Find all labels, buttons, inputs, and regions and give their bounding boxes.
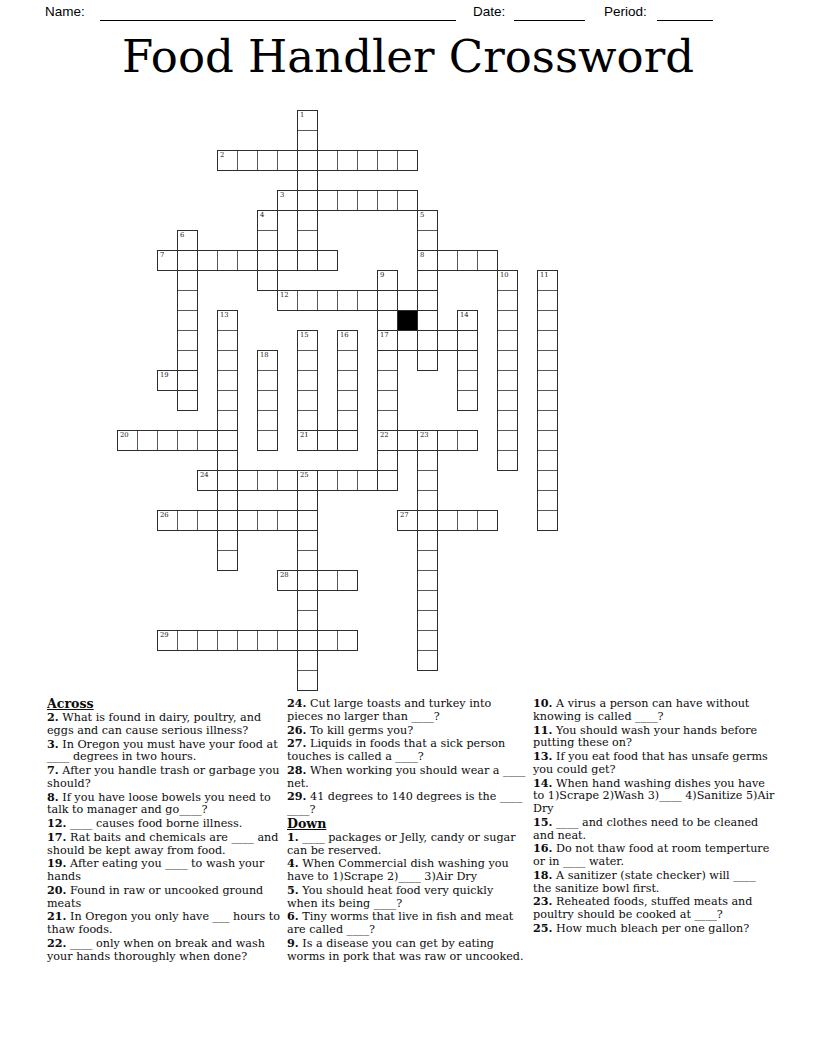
clue-number-16: 16. <box>533 841 552 855</box>
cell-c8-r23[interactable] <box>277 570 298 591</box>
cell-c19-r16[interactable] <box>497 430 518 451</box>
clue-1: 1. ____ packages or Jelly, candy or suga… <box>287 831 527 858</box>
cell-c6-r2[interactable] <box>237 150 258 171</box>
cell-c15-r11[interactable] <box>417 330 438 351</box>
cell-c3-r11[interactable] <box>177 330 198 351</box>
cell-c21-r19[interactable] <box>537 490 558 511</box>
clue-column-right: 10. A virus a person can have without kn… <box>533 697 776 936</box>
clue-number-8: 8. <box>47 790 59 804</box>
cell-c21-r11[interactable] <box>537 330 558 351</box>
cell-c9-r24[interactable] <box>297 590 318 611</box>
cell-c13-r11[interactable] <box>377 330 398 351</box>
name-blank-line[interactable] <box>100 12 456 21</box>
cell-c12-r4[interactable] <box>357 190 378 211</box>
cell-c17-r12[interactable] <box>457 350 478 371</box>
cell-c18-r20[interactable] <box>477 510 498 531</box>
cell-c5-r19[interactable] <box>217 490 238 511</box>
cell-c7-r6[interactable] <box>257 230 278 251</box>
cell-c18-r7[interactable] <box>477 250 498 271</box>
cell-c14-r4[interactable] <box>397 190 418 211</box>
cell-c3-r20[interactable] <box>177 510 198 531</box>
cell-c10-r2[interactable] <box>317 150 338 171</box>
cell-c13-r18[interactable] <box>377 470 398 491</box>
cell-c9-r16[interactable] <box>297 430 318 451</box>
cell-c5-r22[interactable] <box>217 550 238 571</box>
cell-c15-r8[interactable] <box>417 270 438 291</box>
clue-25: 25. How much bleach per one gallon? <box>533 922 776 936</box>
clue-number-15: 15. <box>533 815 552 829</box>
clue-number-5: 5. <box>287 883 299 897</box>
cell-c7-r2[interactable] <box>257 150 278 171</box>
clue-3: 3. In Oregon you must have your food at … <box>47 738 285 765</box>
cell-c19-r10[interactable] <box>497 310 518 331</box>
cell-c11-r15[interactable] <box>337 410 358 431</box>
cell-c17-r11[interactable] <box>457 330 478 351</box>
clue-27: 27. Liquids in foods that a sick person … <box>287 737 527 764</box>
cell-c17-r13[interactable] <box>457 370 478 391</box>
clue-number-10: 10. <box>533 696 552 710</box>
cell-c15-r23[interactable] <box>417 570 438 591</box>
cell-c4-r7[interactable] <box>197 250 218 271</box>
cell-c4-r26[interactable] <box>197 630 218 651</box>
cell-c9-r19[interactable] <box>297 490 318 511</box>
cell-c7-r16[interactable] <box>257 430 278 451</box>
cell-c9-r6[interactable] <box>297 230 318 251</box>
cell-c9-r15[interactable] <box>297 410 318 431</box>
cell-c3-r12[interactable] <box>177 350 198 371</box>
name-label: Name: <box>45 4 85 19</box>
cell-c8-r26[interactable] <box>277 630 298 651</box>
cell-c21-r14[interactable] <box>537 390 558 411</box>
cell-c13-r10[interactable] <box>377 310 398 331</box>
cell-c17-r14[interactable] <box>457 390 478 411</box>
cell-c7-r13[interactable] <box>257 370 278 391</box>
clue-number-6: 6. <box>287 909 299 923</box>
cell-c7-r15[interactable] <box>257 410 278 431</box>
clue-23: 23. Reheated foods, stuffed meats and po… <box>533 895 776 922</box>
cell-c19-r14[interactable] <box>497 390 518 411</box>
cell-c10-r23[interactable] <box>317 570 338 591</box>
cell-c21-r9[interactable] <box>537 290 558 311</box>
clue-5: 5. You should heat food very quickly whe… <box>287 884 527 911</box>
cell-c7-r20[interactable] <box>257 510 278 531</box>
clue-20: 20. Found in raw or uncooked ground meat… <box>47 884 285 911</box>
cell-c13-r13[interactable] <box>377 370 398 391</box>
cell-c9-r21[interactable] <box>297 530 318 551</box>
cell-c7-r8[interactable] <box>257 270 278 291</box>
worksheet-page: { "game": "crossword", "header": { "name… <box>0 0 816 1056</box>
cell-c8-r7[interactable] <box>277 250 298 271</box>
cell-c9-r11[interactable] <box>297 330 318 351</box>
cell-c15-r19[interactable] <box>417 490 438 511</box>
cell-c3-r16[interactable] <box>177 430 198 451</box>
cell-c6-r20[interactable] <box>237 510 258 531</box>
cell-c11-r16[interactable] <box>337 430 358 451</box>
cell-c14-r9[interactable] <box>397 290 418 311</box>
clue-13: 13. If you eat food that has unsafe germ… <box>533 750 776 777</box>
cell-c7-r7[interactable] <box>257 250 278 271</box>
cell-c6-r7[interactable] <box>237 250 258 271</box>
cell-c17-r7[interactable] <box>457 250 478 271</box>
cell-c15-r6[interactable] <box>417 230 438 251</box>
cell-c13-r8[interactable] <box>377 270 398 291</box>
cell-c17-r16[interactable] <box>457 430 478 451</box>
black-cell <box>397 310 418 331</box>
cell-c9-r20[interactable] <box>297 510 318 531</box>
clue-22: 22. ____ only when on break and wash you… <box>47 937 285 964</box>
cell-c15-r16[interactable] <box>417 430 438 451</box>
cell-c13-r16[interactable] <box>377 430 398 451</box>
cell-c15-r18[interactable] <box>417 470 438 491</box>
clue-number-18: 18. <box>533 868 552 882</box>
cell-c19-r13[interactable] <box>497 370 518 391</box>
cell-c5-r7[interactable] <box>217 250 238 271</box>
cell-c10-r26[interactable] <box>317 630 338 651</box>
cell-c19-r17[interactable] <box>497 450 518 471</box>
date-blank-line[interactable] <box>514 12 585 21</box>
cell-c8-r2[interactable] <box>277 150 298 171</box>
cell-c21-r13[interactable] <box>537 370 558 391</box>
clue-number-23: 23. <box>533 894 552 908</box>
cell-c15-r20[interactable] <box>417 510 438 531</box>
cell-c13-r9[interactable] <box>377 290 398 311</box>
cell-c15-r24[interactable] <box>417 590 438 611</box>
cell-c3-r10[interactable] <box>177 310 198 331</box>
cell-c4-r20[interactable] <box>197 510 218 531</box>
cell-c5-r12[interactable] <box>217 350 238 371</box>
cell-c7-r26[interactable] <box>257 630 278 651</box>
cell-c21-r16[interactable] <box>537 430 558 451</box>
down-header: Down <box>287 817 527 831</box>
cell-c8-r20[interactable] <box>277 510 298 531</box>
cell-c11-r13[interactable] <box>337 370 358 391</box>
clue-number-7: 7. <box>47 763 59 777</box>
cell-c11-r12[interactable] <box>337 350 358 371</box>
clue-number-29: 29. <box>287 789 306 803</box>
cell-c21-r20[interactable] <box>537 510 558 531</box>
cell-c17-r10[interactable] <box>457 310 478 331</box>
clue-number-28: 28. <box>287 763 306 777</box>
cell-c9-r22[interactable] <box>297 550 318 571</box>
clue-number-12: 12. <box>47 816 66 830</box>
cell-c5-r2[interactable] <box>217 150 238 171</box>
clue-28: 28. When working you should wear a ____ … <box>287 764 527 791</box>
cell-c21-r10[interactable] <box>537 310 558 331</box>
cell-c3-r7[interactable] <box>177 250 198 271</box>
cell-c11-r26[interactable] <box>337 630 358 651</box>
clue-number-3: 3. <box>47 737 59 751</box>
clue-21: 21. In Oregon you only have ___ hours to… <box>47 910 285 937</box>
clue-number-25: 25. <box>533 921 552 935</box>
clue-11: 11. You should wash your hands before pu… <box>533 724 776 751</box>
cell-c9-r0[interactable] <box>297 110 318 131</box>
clue-number-19: 19. <box>47 856 66 870</box>
cell-c14-r11[interactable] <box>397 330 418 351</box>
clue-number-4: 4. <box>287 856 299 870</box>
cell-c5-r10[interactable] <box>217 310 238 331</box>
cell-c9-r7[interactable] <box>297 250 318 271</box>
cell-c3-r13[interactable] <box>177 370 198 391</box>
cell-c16-r11[interactable] <box>437 330 458 351</box>
cell-c5-r16[interactable] <box>217 430 238 451</box>
cell-c10-r18[interactable] <box>317 470 338 491</box>
cell-c19-r9[interactable] <box>497 290 518 311</box>
clue-16: 16. Do not thaw food at room temperture … <box>533 842 776 869</box>
clue-number-22: 22. <box>47 936 66 950</box>
clue-18: 18. A sanitizer (state checker) will ___… <box>533 869 776 896</box>
cell-c4-r18[interactable] <box>197 470 218 491</box>
cell-c15-r12[interactable] <box>417 350 438 371</box>
date-label: Date: <box>473 4 505 19</box>
clue-15: 15. ____ and clothes need to be cleaned … <box>533 816 776 843</box>
cell-c8-r18[interactable] <box>277 470 298 491</box>
cell-c11-r9[interactable] <box>337 290 358 311</box>
clue-10: 10. A virus a person can have without kn… <box>533 697 776 724</box>
clue-number-2: 2. <box>47 710 59 724</box>
cell-c14-r2[interactable] <box>397 150 418 171</box>
clue-column-middle: 24. Cut large toasts and turkey into pie… <box>287 697 527 963</box>
cell-c6-r18[interactable] <box>237 470 258 491</box>
cell-c5-r26[interactable] <box>217 630 238 651</box>
cell-c8-r4[interactable] <box>277 190 298 211</box>
crossword-grid: 2378121719202122242627282914569101113141… <box>117 110 559 692</box>
cell-c9-r23[interactable] <box>297 570 318 591</box>
clue-29: 29. 41 degrees to 140 degrees is the ___… <box>287 790 527 817</box>
clue-number-11: 11. <box>533 723 552 737</box>
cell-c9-r9[interactable] <box>297 290 318 311</box>
cell-c0-r16[interactable] <box>117 430 138 451</box>
cell-c2-r26[interactable] <box>157 630 178 651</box>
cell-c21-r17[interactable] <box>537 450 558 471</box>
cell-c6-r26[interactable] <box>237 630 258 651</box>
cell-c9-r27[interactable] <box>297 650 318 671</box>
cell-c3-r9[interactable] <box>177 290 198 311</box>
clue-number-9: 9. <box>287 936 299 950</box>
cell-c5-r13[interactable] <box>217 370 238 391</box>
clue-number-24: 24. <box>287 696 306 710</box>
cell-c15-r9[interactable] <box>417 290 438 311</box>
clue-24: 24. Cut large toasts and turkey into pie… <box>287 697 527 724</box>
cell-c17-r20[interactable] <box>457 510 478 531</box>
clue-26: 26. To kill germs you? <box>287 724 527 738</box>
cell-c19-r15[interactable] <box>497 410 518 431</box>
clue-number-13: 13. <box>533 749 552 763</box>
clue-17: 17. Rat baits and chemicals are ____ and… <box>47 831 285 858</box>
clue-9: 9. Is a disease you can get by eating wo… <box>287 937 527 964</box>
clue-column-left: Across2. What is found in dairy, poultry… <box>47 697 285 963</box>
cell-c9-r28[interactable] <box>297 670 318 691</box>
cell-c15-r25[interactable] <box>417 610 438 631</box>
cell-c7-r14[interactable] <box>257 390 278 411</box>
cell-c11-r2[interactable] <box>337 150 358 171</box>
cell-c7-r18[interactable] <box>257 470 278 491</box>
cell-c8-r9[interactable] <box>277 290 298 311</box>
cell-c15-r21[interactable] <box>417 530 438 551</box>
cell-c5-r15[interactable] <box>217 410 238 431</box>
cell-c19-r11[interactable] <box>497 330 518 351</box>
cell-c9-r5[interactable] <box>297 210 318 231</box>
cell-c14-r20[interactable] <box>397 510 418 531</box>
cell-c3-r6[interactable] <box>177 230 198 251</box>
cell-c9-r26[interactable] <box>297 630 318 651</box>
cell-c15-r7[interactable] <box>417 250 438 271</box>
cell-c11-r11[interactable] <box>337 330 358 351</box>
cell-c21-r15[interactable] <box>537 410 558 431</box>
clue-7: 7. After you handle trash or garbage you… <box>47 764 285 791</box>
cell-c11-r14[interactable] <box>337 390 358 411</box>
cell-c16-r7[interactable] <box>437 250 458 271</box>
cell-c19-r8[interactable] <box>497 270 518 291</box>
cell-c11-r23[interactable] <box>337 570 358 591</box>
cell-c2-r16[interactable] <box>157 430 178 451</box>
period-label: Period: <box>604 4 647 19</box>
clue-number-26: 26. <box>287 723 306 737</box>
cell-c9-r3[interactable] <box>297 170 318 191</box>
cell-c5-r20[interactable] <box>217 510 238 531</box>
clue-12: 12. ____ causes food borne illness. <box>47 817 285 831</box>
page-title: Food Handler Crossword <box>0 30 816 83</box>
clue-6: 6. Tiny worms that live in fish and meat… <box>287 910 527 937</box>
clue-number-17: 17. <box>47 830 66 844</box>
cell-c11-r4[interactable] <box>337 190 358 211</box>
cell-c15-r17[interactable] <box>417 450 438 471</box>
cell-c1-r16[interactable] <box>137 430 158 451</box>
cell-c7-r5[interactable] <box>257 210 278 231</box>
cell-c13-r2[interactable] <box>377 150 398 171</box>
cell-c2-r7[interactable] <box>157 250 178 271</box>
cell-c10-r16[interactable] <box>317 430 338 451</box>
cell-c21-r18[interactable] <box>537 470 558 491</box>
cell-c13-r14[interactable] <box>377 390 398 411</box>
cell-c9-r14[interactable] <box>297 390 318 411</box>
clue-number-14: 14. <box>533 776 552 790</box>
clue-2: 2. What is found in dairy, poultry, and … <box>47 711 285 738</box>
cell-c5-r14[interactable] <box>217 390 238 411</box>
cell-c9-r25[interactable] <box>297 610 318 631</box>
cell-c5-r18[interactable] <box>217 470 238 491</box>
cell-c15-r22[interactable] <box>417 550 438 571</box>
cell-c11-r18[interactable] <box>337 470 358 491</box>
across-header: Across <box>47 697 285 711</box>
cell-c9-r1[interactable] <box>297 130 318 151</box>
cell-c2-r20[interactable] <box>157 510 178 531</box>
cell-c15-r27[interactable] <box>417 650 438 671</box>
cell-c10-r4[interactable] <box>317 190 338 211</box>
cell-c7-r12[interactable] <box>257 350 278 371</box>
cell-c9-r18[interactable] <box>297 470 318 491</box>
cell-c12-r2[interactable] <box>357 150 378 171</box>
cell-c5-r11[interactable] <box>217 330 238 351</box>
cell-c5-r21[interactable] <box>217 530 238 551</box>
cell-c15-r5[interactable] <box>417 210 438 231</box>
cell-c16-r16[interactable] <box>437 430 458 451</box>
cell-c15-r10[interactable] <box>417 310 438 331</box>
cell-c13-r4[interactable] <box>377 190 398 211</box>
cell-c3-r26[interactable] <box>177 630 198 651</box>
cell-c9-r4[interactable] <box>297 190 318 211</box>
clue-14: 14. When hand washing dishes you have to… <box>533 777 776 816</box>
cell-c9-r13[interactable] <box>297 370 318 391</box>
clue-19: 19. After eating you ____ to wash your h… <box>47 857 285 884</box>
cell-c10-r9[interactable] <box>317 290 338 311</box>
cell-c9-r12[interactable] <box>297 350 318 371</box>
clue-number-21: 21. <box>47 909 66 923</box>
clue-number-20: 20. <box>47 883 66 897</box>
cell-c12-r9[interactable] <box>357 290 378 311</box>
cell-c13-r12[interactable] <box>377 350 398 371</box>
cell-c16-r20[interactable] <box>437 510 458 531</box>
cell-c5-r17[interactable] <box>217 450 238 471</box>
cell-c9-r2[interactable] <box>297 150 318 171</box>
cell-c3-r14[interactable] <box>177 390 198 411</box>
clue-number-27: 27. <box>287 736 306 750</box>
cell-c12-r18[interactable] <box>357 470 378 491</box>
cell-c13-r15[interactable] <box>377 410 398 431</box>
cell-c21-r8[interactable] <box>537 270 558 291</box>
cell-c2-r13[interactable] <box>157 370 178 391</box>
clue-4: 4. When Commercial dish washing you have… <box>287 857 527 884</box>
cell-c13-r17[interactable] <box>377 450 398 471</box>
clue-8: 8. If you have loose bowels you need to … <box>47 791 285 818</box>
cell-c3-r8[interactable] <box>177 270 198 291</box>
clue-number-1: 1. <box>287 830 299 844</box>
period-blank-line[interactable] <box>657 12 713 21</box>
cell-c10-r7[interactable] <box>317 250 338 271</box>
cell-c4-r16[interactable] <box>197 430 218 451</box>
cell-c14-r16[interactable] <box>397 430 418 451</box>
cell-c15-r26[interactable] <box>417 630 438 651</box>
